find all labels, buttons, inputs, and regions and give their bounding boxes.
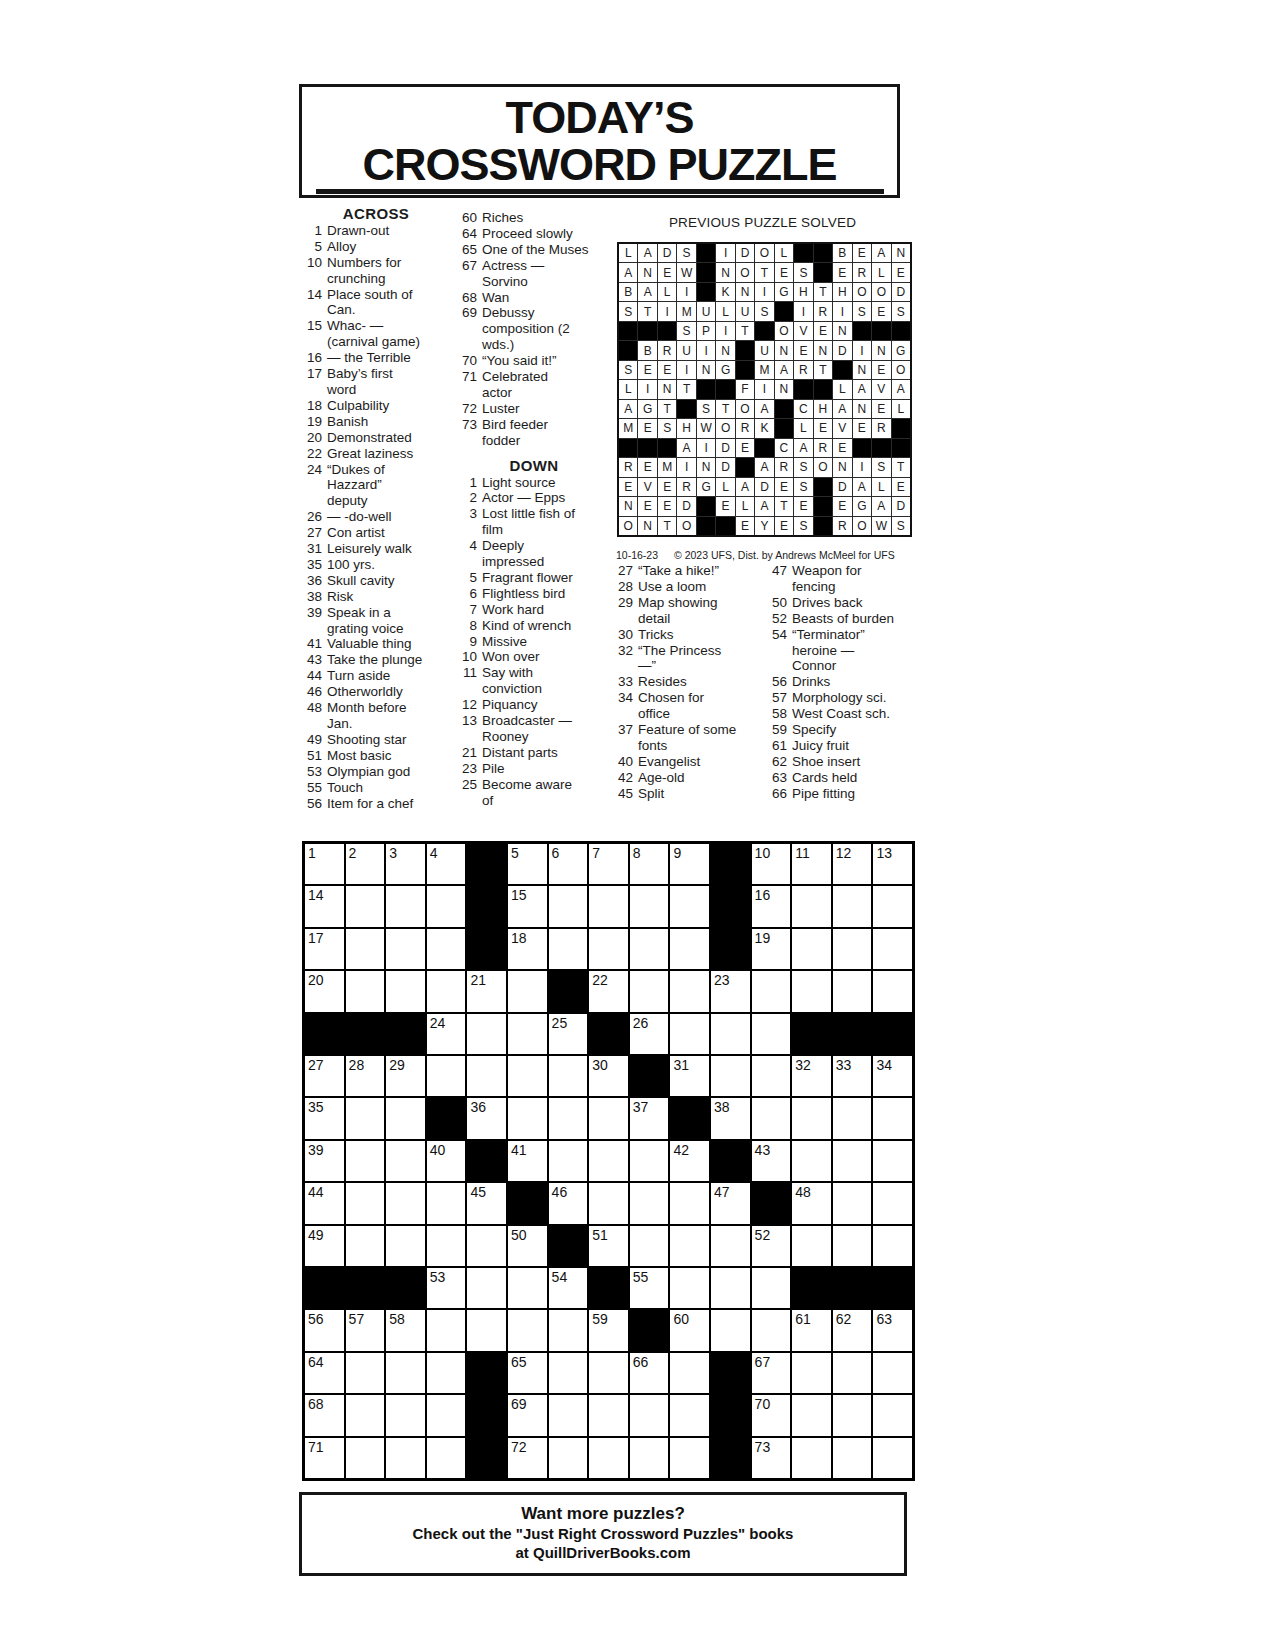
main-grid-cell[interactable] — [752, 1014, 791, 1054]
main-grid-cell[interactable] — [386, 1183, 425, 1223]
main-grid-cell[interactable] — [873, 971, 912, 1011]
clue-item: 19Banish — [300, 414, 452, 430]
main-grid-cell[interactable] — [670, 1014, 709, 1054]
clue-number: 19 — [300, 414, 327, 430]
solved-grid-letter-cell: L — [658, 283, 676, 301]
main-grid-cell[interactable]: 27 — [305, 1056, 344, 1096]
clue-text: — -do-well — [327, 509, 452, 525]
clue-item: 27“Take a hike!” — [611, 563, 764, 579]
main-grid-cell[interactable] — [630, 886, 669, 926]
clue-item: 62Shoe insert — [765, 754, 922, 770]
clue-item: 1Drawn-out — [300, 223, 452, 239]
main-grid-cell[interactable]: 10 — [752, 844, 791, 884]
main-grid-cell[interactable] — [508, 1098, 547, 1138]
clue-number: 50 — [765, 595, 792, 611]
main-grid-cell[interactable] — [670, 1438, 709, 1478]
main-grid-black-cell — [711, 1141, 750, 1181]
main-grid-cell[interactable] — [873, 1395, 912, 1435]
main-grid-cell[interactable]: 58 — [386, 1310, 425, 1350]
clue-item: 59Specify — [765, 722, 922, 738]
cell-number: 14 — [308, 887, 324, 903]
main-grid-cell[interactable] — [427, 929, 466, 969]
main-grid-cell[interactable] — [386, 1438, 425, 1478]
main-grid-cell[interactable]: 69 — [508, 1395, 547, 1435]
main-grid-cell[interactable] — [792, 1353, 831, 1393]
main-grid-cell[interactable] — [873, 1183, 912, 1223]
clue-number: 24 — [300, 462, 327, 510]
clue-item: 28Use a loom — [611, 579, 764, 595]
main-grid-black-cell — [833, 1014, 872, 1054]
solved-grid-letter-cell: U — [755, 341, 773, 359]
solved-grid-letter-cell: N — [853, 361, 871, 379]
main-grid-cell[interactable] — [386, 1395, 425, 1435]
clue-text: Numbers for crunching — [327, 255, 452, 287]
main-grid-cell[interactable] — [589, 1098, 628, 1138]
main-grid-cell[interactable]: 49 — [305, 1226, 344, 1266]
clue-text: Touch — [327, 780, 452, 796]
main-grid-cell[interactable]: 17 — [305, 929, 344, 969]
main-grid-cell[interactable]: 33 — [833, 1056, 872, 1096]
main-grid-cell[interactable] — [792, 1098, 831, 1138]
main-grid-cell[interactable] — [630, 1438, 669, 1478]
solved-grid-black-cell — [892, 439, 910, 457]
main-grid-cell[interactable]: 28 — [346, 1056, 385, 1096]
main-grid-cell[interactable]: 50 — [508, 1226, 547, 1266]
solved-grid-letter-cell: H — [794, 283, 812, 301]
solved-grid-letter-cell: N — [872, 341, 890, 359]
main-grid-cell[interactable] — [549, 1438, 588, 1478]
solved-grid-letter-cell: G — [775, 283, 793, 301]
main-grid-cell[interactable]: 30 — [589, 1056, 628, 1096]
solved-grid-letter-cell: V — [833, 419, 851, 437]
main-grid-cell[interactable] — [630, 1141, 669, 1181]
solved-grid-letter-cell: D — [716, 439, 734, 457]
main-grid-cell[interactable]: 45 — [467, 1183, 506, 1223]
main-grid-cell[interactable] — [427, 1395, 466, 1435]
cell-number: 70 — [755, 1396, 771, 1412]
main-grid-cell[interactable] — [549, 886, 588, 926]
main-grid-cell[interactable] — [549, 1098, 588, 1138]
main-grid-cell[interactable]: 19 — [752, 929, 791, 969]
main-grid-cell[interactable] — [467, 1268, 506, 1308]
main-grid-cell[interactable] — [549, 1056, 588, 1096]
main-grid-cell[interactable] — [833, 971, 872, 1011]
main-grid-cell[interactable] — [508, 1268, 547, 1308]
main-grid-cell[interactable] — [427, 971, 466, 1011]
main-grid-cell[interactable]: 68 — [305, 1395, 344, 1435]
main-grid-cell[interactable] — [386, 1098, 425, 1138]
main-grid-cell[interactable] — [711, 1056, 750, 1096]
main-grid-cell[interactable] — [630, 1395, 669, 1435]
main-grid-cell[interactable] — [670, 886, 709, 926]
main-grid-cell[interactable] — [549, 1353, 588, 1393]
main-grid-black-cell — [589, 1268, 628, 1308]
main-grid-cell[interactable] — [833, 929, 872, 969]
main-grid-cell[interactable] — [873, 1098, 912, 1138]
main-grid-cell[interactable]: 1 — [305, 844, 344, 884]
main-grid-cell[interactable] — [589, 1183, 628, 1223]
solved-grid-letter-cell: E — [638, 361, 656, 379]
main-grid-cell[interactable]: 24 — [427, 1014, 466, 1054]
main-grid-cell[interactable] — [346, 1141, 385, 1181]
clue-item: 6Flightless bird — [455, 586, 613, 602]
main-grid-cell[interactable]: 51 — [589, 1226, 628, 1266]
main-grid-cell[interactable]: 43 — [752, 1141, 791, 1181]
main-grid-cell[interactable] — [508, 1310, 547, 1350]
cell-number: 39 — [308, 1142, 324, 1158]
main-grid-cell[interactable]: 55 — [630, 1268, 669, 1308]
clue-item: 49Shooting star — [300, 732, 452, 748]
main-grid-cell[interactable] — [670, 971, 709, 1011]
main-grid-cell[interactable]: 60 — [670, 1310, 709, 1350]
main-grid-cell[interactable] — [589, 1438, 628, 1478]
solved-grid-letter-cell: H — [833, 283, 851, 301]
main-grid-cell[interactable]: 3 — [386, 844, 425, 884]
clue-text: 100 yrs. — [327, 557, 452, 573]
main-grid-cell[interactable] — [833, 886, 872, 926]
main-grid-cell[interactable] — [630, 971, 669, 1011]
main-grid-cell[interactable] — [346, 1183, 385, 1223]
main-grid-cell[interactable] — [589, 1353, 628, 1393]
clue-number: 38 — [300, 589, 327, 605]
main-grid-cell[interactable] — [833, 1395, 872, 1435]
solved-grid-letter-cell: G — [697, 478, 715, 496]
cell-number: 66 — [633, 1354, 649, 1370]
main-grid-cell[interactable]: 44 — [305, 1183, 344, 1223]
main-grid-cell[interactable]: 5 — [508, 844, 547, 884]
main-grid-cell[interactable] — [792, 1141, 831, 1181]
clue-number: 29 — [611, 595, 638, 627]
main-grid-cell[interactable]: 65 — [508, 1353, 547, 1393]
main-grid-cell[interactable]: 22 — [589, 971, 628, 1011]
main-grid-cell[interactable]: 42 — [670, 1141, 709, 1181]
clue-number: 40 — [611, 754, 638, 770]
main-grid-cell[interactable]: 52 — [752, 1226, 791, 1266]
cell-number: 55 — [633, 1269, 649, 1285]
solved-grid-letter-cell: E — [892, 263, 910, 281]
clue-number: 41 — [300, 636, 327, 652]
main-grid-cell[interactable] — [792, 929, 831, 969]
main-grid-cell[interactable] — [752, 1310, 791, 1350]
main-grid-cell[interactable] — [792, 886, 831, 926]
solved-grid-letter-cell: E — [872, 361, 890, 379]
main-grid-cell[interactable]: 61 — [792, 1310, 831, 1350]
caption-copyright: © 2023 UFS, Dist. by Andrews McMeel for … — [674, 549, 895, 561]
main-grid-cell[interactable] — [549, 929, 588, 969]
main-grid-cell[interactable] — [670, 1183, 709, 1223]
main-grid-cell[interactable]: 62 — [833, 1310, 872, 1350]
main-grid-cell[interactable] — [549, 1141, 588, 1181]
main-grid-cell[interactable] — [549, 1395, 588, 1435]
main-grid-cell[interactable]: 48 — [792, 1183, 831, 1223]
main-grid-cell[interactable] — [427, 1226, 466, 1266]
main-grid-cell[interactable] — [833, 1438, 872, 1478]
main-grid-black-cell — [792, 1268, 831, 1308]
solved-grid-black-cell — [814, 244, 832, 262]
main-grid-cell[interactable] — [752, 1098, 791, 1138]
main-grid-cell[interactable] — [833, 1183, 872, 1223]
main-grid-cell[interactable] — [792, 1226, 831, 1266]
main-grid-cell[interactable]: 20 — [305, 971, 344, 1011]
main-grid-cell[interactable]: 39 — [305, 1141, 344, 1181]
main-grid-cell[interactable]: 12 — [833, 844, 872, 884]
main-grid-cell[interactable]: 71 — [305, 1438, 344, 1478]
main-grid-cell[interactable] — [467, 1226, 506, 1266]
solved-grid-letter-cell: G — [892, 341, 910, 359]
main-grid-cell[interactable] — [752, 971, 791, 1011]
clue-number: 1 — [300, 223, 327, 239]
cell-number: 28 — [349, 1057, 365, 1073]
main-grid-cell[interactable]: 7 — [589, 844, 628, 884]
main-grid-cell[interactable]: 16 — [752, 886, 791, 926]
solved-grid-letter-cell: G — [853, 497, 871, 515]
cell-number: 45 — [470, 1184, 486, 1200]
main-grid-cell[interactable]: 46 — [549, 1183, 588, 1223]
main-grid-cell[interactable]: 67 — [752, 1353, 791, 1393]
solved-grid-letter-cell: W — [697, 419, 715, 437]
main-grid-cell[interactable] — [670, 1268, 709, 1308]
main-grid-cell[interactable] — [752, 1056, 791, 1096]
main-grid-cell[interactable]: 15 — [508, 886, 547, 926]
main-grid-cell[interactable]: 73 — [752, 1438, 791, 1478]
solved-grid-letter-cell: C — [775, 439, 793, 457]
clue-number: 28 — [611, 579, 638, 595]
clue-item: 12Piquancy — [455, 697, 613, 713]
main-grid-cell[interactable] — [833, 1141, 872, 1181]
main-grid-cell[interactable] — [670, 1353, 709, 1393]
main-grid-cell[interactable]: 34 — [873, 1056, 912, 1096]
main-grid-cell[interactable] — [792, 971, 831, 1011]
solved-grid-letter-cell: T — [658, 400, 676, 418]
main-grid-cell[interactable] — [711, 1014, 750, 1054]
main-grid-cell[interactable]: 31 — [670, 1056, 709, 1096]
clue-text: Drawn-out — [327, 223, 452, 239]
solved-grid-letter-cell: T — [892, 458, 910, 476]
main-grid-cell[interactable] — [833, 1353, 872, 1393]
main-grid-cell[interactable] — [873, 929, 912, 969]
main-grid-cell[interactable]: 40 — [427, 1141, 466, 1181]
main-grid-cell[interactable] — [427, 886, 466, 926]
main-grid-cell[interactable]: 35 — [305, 1098, 344, 1138]
main-grid-cell[interactable]: 18 — [508, 929, 547, 969]
main-grid-cell[interactable]: 72 — [508, 1438, 547, 1478]
solved-grid-letter-cell: I — [755, 380, 773, 398]
main-grid-cell[interactable] — [427, 1056, 466, 1096]
solved-grid-letter-cell: A — [872, 497, 890, 515]
solved-grid-letter-cell: C — [794, 400, 812, 418]
main-grid-cell[interactable] — [589, 886, 628, 926]
main-grid-cell[interactable]: 29 — [386, 1056, 425, 1096]
clue-number: 11 — [455, 665, 482, 697]
solved-grid-letter-cell: O — [736, 263, 754, 281]
main-grid-cell[interactable]: 57 — [346, 1310, 385, 1350]
main-grid-cell[interactable] — [670, 929, 709, 969]
solved-grid-letter-cell: V — [872, 380, 890, 398]
clue-text: Feature of some fonts — [638, 722, 764, 754]
main-grid-cell[interactable] — [833, 1098, 872, 1138]
main-grid-cell[interactable] — [386, 1141, 425, 1181]
solved-grid-letter-cell: E — [872, 400, 890, 418]
clue-number: 12 — [455, 697, 482, 713]
main-grid-cell[interactable] — [386, 886, 425, 926]
solved-grid-black-cell — [716, 517, 734, 535]
clue-item: 27Con artist — [300, 525, 452, 541]
main-grid-cell[interactable] — [630, 1226, 669, 1266]
clue-text: Lost little fish of film — [482, 506, 613, 538]
clue-item: 60Riches — [455, 210, 613, 226]
clue-text: “The Princess —” — [638, 643, 764, 675]
solved-grid-letter-cell: S — [794, 517, 812, 535]
main-grid-cell[interactable]: 64 — [305, 1353, 344, 1393]
solved-grid-letter-cell: A — [755, 458, 773, 476]
main-grid-cell[interactable] — [711, 1226, 750, 1266]
main-grid-cell[interactable]: 11 — [792, 844, 831, 884]
solved-grid-letter-cell: P — [697, 322, 715, 340]
main-grid-cell[interactable] — [589, 929, 628, 969]
solved-grid-letter-cell: N — [853, 400, 871, 418]
solved-grid-letter-cell: O — [853, 517, 871, 535]
clue-number: 37 — [611, 722, 638, 754]
main-grid-cell[interactable] — [873, 1353, 912, 1393]
main-grid-cell[interactable]: 25 — [549, 1014, 588, 1054]
main-grid-cell[interactable] — [467, 1014, 506, 1054]
main-grid-cell[interactable]: 14 — [305, 886, 344, 926]
main-grid-cell[interactable]: 6 — [549, 844, 588, 884]
main-grid-cell[interactable] — [346, 929, 385, 969]
main-grid-cell[interactable] — [833, 1226, 872, 1266]
main-grid-cell[interactable] — [386, 1226, 425, 1266]
main-grid-cell[interactable]: 59 — [589, 1310, 628, 1350]
main-grid-cell[interactable] — [427, 1310, 466, 1350]
main-grid-cell[interactable] — [873, 886, 912, 926]
main-grid-black-cell — [873, 1014, 912, 1054]
main-grid-cell[interactable]: 9 — [670, 844, 709, 884]
main-grid-cell[interactable]: 13 — [873, 844, 912, 884]
clue-item: 23Pile — [455, 761, 613, 777]
clue-number: 10 — [300, 255, 327, 287]
solved-grid-black-cell — [697, 244, 715, 262]
main-grid-cell[interactable]: 47 — [711, 1183, 750, 1223]
main-grid-cell[interactable] — [670, 1226, 709, 1266]
main-grid-cell[interactable]: 63 — [873, 1310, 912, 1350]
clue-text: Whac- — (carnival game) — [327, 318, 452, 350]
clue-item: 2Actor — Epps — [455, 490, 613, 506]
main-grid-cell[interactable] — [427, 1183, 466, 1223]
main-grid-cell[interactable] — [549, 1310, 588, 1350]
main-grid-cell[interactable]: 54 — [549, 1268, 588, 1308]
main-grid-cell[interactable] — [873, 1141, 912, 1181]
main-grid-cell[interactable] — [386, 1353, 425, 1393]
clue-number: 20 — [300, 430, 327, 446]
main-grid-cell[interactable] — [346, 971, 385, 1011]
solved-grid-letter-cell: D — [833, 478, 851, 496]
solved-grid-letter-cell: M — [658, 458, 676, 476]
clue-text: Bird feeder fodder — [482, 417, 613, 449]
main-grid-cell[interactable] — [792, 1438, 831, 1478]
solved-grid-letter-cell: G — [716, 361, 734, 379]
main-grid-cell[interactable] — [346, 1395, 385, 1435]
main-grid-cell[interactable] — [670, 1395, 709, 1435]
main-grid-cell[interactable]: 37 — [630, 1098, 669, 1138]
solved-grid-letter-cell: N — [697, 361, 715, 379]
main-grid-cell[interactable] — [346, 1226, 385, 1266]
main-grid-cell[interactable] — [589, 1395, 628, 1435]
main-grid-cell[interactable] — [873, 1226, 912, 1266]
main-grid-cell[interactable]: 23 — [711, 971, 750, 1011]
main-grid-cell[interactable] — [386, 929, 425, 969]
main-grid-cell[interactable] — [589, 1141, 628, 1181]
main-grid-cell[interactable] — [346, 1438, 385, 1478]
main-grid-cell[interactable]: 26 — [630, 1014, 669, 1054]
main-grid-cell[interactable] — [386, 971, 425, 1011]
main-grid-cell[interactable] — [346, 1353, 385, 1393]
clue-number: 59 — [765, 722, 792, 738]
main-grid-cell[interactable] — [467, 1310, 506, 1350]
title-box: TODAY’S CROSSWORD PUZZLE — [299, 84, 900, 198]
clue-number: 35 — [300, 557, 327, 573]
main-grid-cell[interactable] — [711, 1268, 750, 1308]
main-grid-cell[interactable] — [508, 971, 547, 1011]
main-grid-cell[interactable]: 36 — [467, 1098, 506, 1138]
main-grid-cell[interactable]: 41 — [508, 1141, 547, 1181]
main-grid-cell[interactable] — [508, 1014, 547, 1054]
main-grid-cell[interactable]: 32 — [792, 1056, 831, 1096]
main-grid-cell[interactable]: 38 — [711, 1098, 750, 1138]
clue-number: 64 — [455, 226, 482, 242]
cell-number: 44 — [308, 1184, 324, 1200]
clue-item: 66Pipe fitting — [765, 786, 922, 802]
solved-grid-black-cell — [814, 380, 832, 398]
clue-text: Beasts of burden — [792, 611, 922, 627]
main-grid-cell[interactable] — [427, 1438, 466, 1478]
main-grid-cell[interactable] — [792, 1395, 831, 1435]
clue-text: Say with conviction — [482, 665, 613, 697]
solved-grid-black-cell — [619, 341, 637, 359]
clue-text: Cards held — [792, 770, 922, 786]
main-grid-cell[interactable]: 70 — [752, 1395, 791, 1435]
previous-solved-grid: LADSIDOLBEANANEWNOTESERLEBALIKNIGHTHOODS… — [617, 242, 912, 537]
main-grid-cell[interactable]: 66 — [630, 1353, 669, 1393]
main-grid-cell[interactable] — [346, 1098, 385, 1138]
main-grid-cell[interactable]: 2 — [346, 844, 385, 884]
main-grid-cell[interactable] — [427, 1353, 466, 1393]
main-grid-cell[interactable] — [508, 1056, 547, 1096]
main-grid-cell[interactable] — [630, 929, 669, 969]
main-grid-cell[interactable] — [346, 886, 385, 926]
main-grid-cell[interactable] — [873, 1438, 912, 1478]
solved-grid-letter-cell: U — [697, 302, 715, 320]
clue-text: Speak in a grating voice — [327, 605, 452, 637]
clue-item: 16— the Terrible — [300, 350, 452, 366]
clue-text: Drives back — [792, 595, 922, 611]
main-grid-cell[interactable] — [630, 1183, 669, 1223]
solved-grid-letter-cell: M — [619, 419, 637, 437]
main-grid-cell[interactable]: 53 — [427, 1268, 466, 1308]
main-grid-cell[interactable]: 8 — [630, 844, 669, 884]
main-grid-cell[interactable] — [752, 1268, 791, 1308]
main-grid-cell[interactable] — [467, 1056, 506, 1096]
cell-number: 18 — [511, 930, 527, 946]
main-grid-cell[interactable]: 56 — [305, 1310, 344, 1350]
clue-item: 9Missive — [455, 634, 613, 650]
main-grid-cell[interactable]: 21 — [467, 971, 506, 1011]
clue-number: 14 — [300, 287, 327, 319]
main-grid-cell[interactable] — [711, 1310, 750, 1350]
cell-number: 46 — [552, 1184, 568, 1200]
solved-grid-letter-cell: V — [794, 322, 812, 340]
clue-number: 22 — [300, 446, 327, 462]
main-grid-cell[interactable]: 4 — [427, 844, 466, 884]
